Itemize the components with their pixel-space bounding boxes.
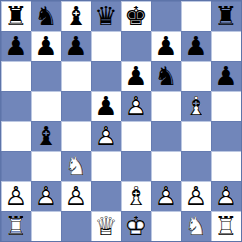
black-knight-icon: ♞ (31, 1, 61, 31)
black-pawn-icon: ♟ (91, 91, 121, 121)
square-h4[interactable] (211, 121, 241, 151)
square-a3[interactable] (1, 151, 31, 181)
square-c1[interactable] (61, 211, 91, 241)
black-knight-icon: ♞ (151, 61, 181, 91)
white-pawn-icon: ♙ (61, 181, 91, 211)
black-rook-icon: ♜ (1, 1, 31, 31)
piece-black-pawn[interactable]: ♟ (181, 31, 211, 61)
square-a7[interactable]: ♟ (1, 31, 31, 61)
square-c5[interactable] (61, 91, 91, 121)
piece-black-knight[interactable]: ♞ (151, 61, 181, 91)
piece-white-pawn[interactable]: ♟♙ (61, 181, 91, 211)
piece-white-rook[interactable]: ♜♖ (1, 211, 31, 241)
white-pawn-icon: ♙ (91, 121, 121, 151)
square-e6[interactable]: ♟ (121, 61, 151, 91)
piece-black-bishop[interactable]: ♝ (61, 1, 91, 31)
piece-black-pawn[interactable]: ♟ (1, 31, 31, 61)
black-pawn-icon: ♟ (211, 61, 241, 91)
square-f3[interactable] (151, 151, 181, 181)
square-b4[interactable]: ♝ (31, 121, 61, 151)
square-e1[interactable]: ♚♔ (121, 211, 151, 241)
white-knight-icon: ♘ (61, 151, 91, 181)
piece-black-knight[interactable]: ♞ (31, 1, 61, 31)
square-d6[interactable] (91, 61, 121, 91)
piece-black-pawn[interactable]: ♟ (211, 61, 241, 91)
square-g3[interactable] (181, 151, 211, 181)
piece-white-pawn[interactable]: ♟♙ (121, 91, 151, 121)
square-d2[interactable] (91, 181, 121, 211)
white-pawn-icon: ♙ (151, 181, 181, 211)
square-e4[interactable] (121, 121, 151, 151)
piece-white-pawn[interactable]: ♟♙ (181, 181, 211, 211)
black-pawn-icon: ♟ (151, 31, 181, 61)
square-c4[interactable] (61, 121, 91, 151)
black-queen-icon: ♛ (91, 1, 121, 31)
piece-white-bishop[interactable]: ♝♗ (121, 181, 151, 211)
piece-white-knight[interactable]: ♞♘ (61, 151, 91, 181)
square-e8[interactable]: ♚ (121, 1, 151, 31)
square-f1[interactable] (151, 211, 181, 241)
white-queen-icon: ♕ (91, 211, 121, 241)
square-b1[interactable] (31, 211, 61, 241)
white-pawn-icon: ♙ (1, 181, 31, 211)
square-g7[interactable]: ♟ (181, 31, 211, 61)
white-pawn-icon: ♙ (31, 181, 61, 211)
black-pawn-icon: ♟ (121, 61, 151, 91)
white-rook-icon: ♖ (1, 211, 31, 241)
piece-black-rook[interactable]: ♜ (211, 1, 241, 31)
white-bishop-icon: ♗ (121, 181, 151, 211)
square-f8[interactable] (151, 1, 181, 31)
square-e3[interactable] (121, 151, 151, 181)
square-g8[interactable] (181, 1, 211, 31)
black-pawn-icon: ♟ (181, 31, 211, 61)
piece-white-pawn[interactable]: ♟♙ (1, 181, 31, 211)
square-b5[interactable] (31, 91, 61, 121)
white-pawn-icon: ♙ (181, 181, 211, 211)
square-a5[interactable] (1, 91, 31, 121)
square-h6[interactable]: ♟ (211, 61, 241, 91)
black-pawn-icon: ♟ (1, 31, 31, 61)
piece-black-pawn[interactable]: ♟ (61, 31, 91, 61)
piece-black-pawn[interactable]: ♟ (31, 31, 61, 61)
white-rook-icon: ♖ (211, 211, 241, 241)
piece-black-bishop[interactable]: ♝ (31, 121, 61, 151)
square-f4[interactable] (151, 121, 181, 151)
square-d5[interactable]: ♟ (91, 91, 121, 121)
piece-white-king[interactable]: ♚♔ (121, 211, 151, 241)
square-e7[interactable] (121, 31, 151, 61)
piece-black-pawn[interactable]: ♟ (91, 91, 121, 121)
square-c2[interactable]: ♟♙ (61, 181, 91, 211)
square-b3[interactable] (31, 151, 61, 181)
black-bishop-icon: ♝ (61, 1, 91, 31)
square-a4[interactable] (1, 121, 31, 151)
piece-white-queen[interactable]: ♛♕ (91, 211, 121, 241)
square-g1[interactable]: ♞♘ (181, 211, 211, 241)
square-f2[interactable]: ♟♙ (151, 181, 181, 211)
piece-black-queen[interactable]: ♛ (91, 1, 121, 31)
piece-white-rook[interactable]: ♜♖ (211, 211, 241, 241)
black-king-icon: ♚ (121, 1, 151, 31)
square-c3[interactable]: ♞♘ (61, 151, 91, 181)
square-d1[interactable]: ♛♕ (91, 211, 121, 241)
piece-white-pawn[interactable]: ♟♙ (31, 181, 61, 211)
piece-white-bishop[interactable]: ♝♗ (181, 91, 211, 121)
square-d4[interactable]: ♟♙ (91, 121, 121, 151)
square-a8[interactable]: ♜ (1, 1, 31, 31)
square-h5[interactable] (211, 91, 241, 121)
piece-black-pawn[interactable]: ♟ (121, 61, 151, 91)
square-h2[interactable]: ♟♙ (211, 181, 241, 211)
square-f6[interactable]: ♞ (151, 61, 181, 91)
square-g2[interactable]: ♟♙ (181, 181, 211, 211)
black-pawn-icon: ♟ (61, 31, 91, 61)
square-c6[interactable] (61, 61, 91, 91)
square-h1[interactable]: ♜♖ (211, 211, 241, 241)
square-e5[interactable]: ♟♙ (121, 91, 151, 121)
piece-black-rook[interactable]: ♜ (1, 1, 31, 31)
piece-black-king[interactable]: ♚ (121, 1, 151, 31)
square-h7[interactable] (211, 31, 241, 61)
square-g4[interactable] (181, 121, 211, 151)
square-a6[interactable] (1, 61, 31, 91)
square-b7[interactable]: ♟ (31, 31, 61, 61)
white-knight-icon: ♘ (181, 211, 211, 241)
square-g6[interactable] (181, 61, 211, 91)
chess-board: ♜♞♝♛♚♜♟♟♟♟♟♟♞♟♟♟♙♝♗♝♟♙♞♘♟♙♟♙♟♙♝♗♟♙♟♙♟♙♜♖… (0, 0, 242, 242)
black-pawn-icon: ♟ (31, 31, 61, 61)
piece-white-pawn[interactable]: ♟♙ (91, 121, 121, 151)
square-b8[interactable]: ♞ (31, 1, 61, 31)
piece-white-knight[interactable]: ♞♘ (181, 211, 211, 241)
square-c8[interactable]: ♝ (61, 1, 91, 31)
black-bishop-icon: ♝ (31, 121, 61, 151)
square-d7[interactable] (91, 31, 121, 61)
square-b2[interactable]: ♟♙ (31, 181, 61, 211)
white-bishop-icon: ♗ (181, 91, 211, 121)
square-e2[interactable]: ♝♗ (121, 181, 151, 211)
square-a1[interactable]: ♜♖ (1, 211, 31, 241)
square-g5[interactable]: ♝♗ (181, 91, 211, 121)
square-a2[interactable]: ♟♙ (1, 181, 31, 211)
square-f5[interactable] (151, 91, 181, 121)
white-pawn-icon: ♙ (211, 181, 241, 211)
piece-black-pawn[interactable]: ♟ (151, 31, 181, 61)
piece-white-pawn[interactable]: ♟♙ (211, 181, 241, 211)
square-h3[interactable] (211, 151, 241, 181)
square-f7[interactable]: ♟ (151, 31, 181, 61)
white-king-icon: ♔ (121, 211, 151, 241)
square-d8[interactable]: ♛ (91, 1, 121, 31)
square-h8[interactable]: ♜ (211, 1, 241, 31)
piece-white-pawn[interactable]: ♟♙ (151, 181, 181, 211)
black-rook-icon: ♜ (211, 1, 241, 31)
square-c7[interactable]: ♟ (61, 31, 91, 61)
white-pawn-icon: ♙ (121, 91, 151, 121)
square-d3[interactable] (91, 151, 121, 181)
square-b6[interactable] (31, 61, 61, 91)
